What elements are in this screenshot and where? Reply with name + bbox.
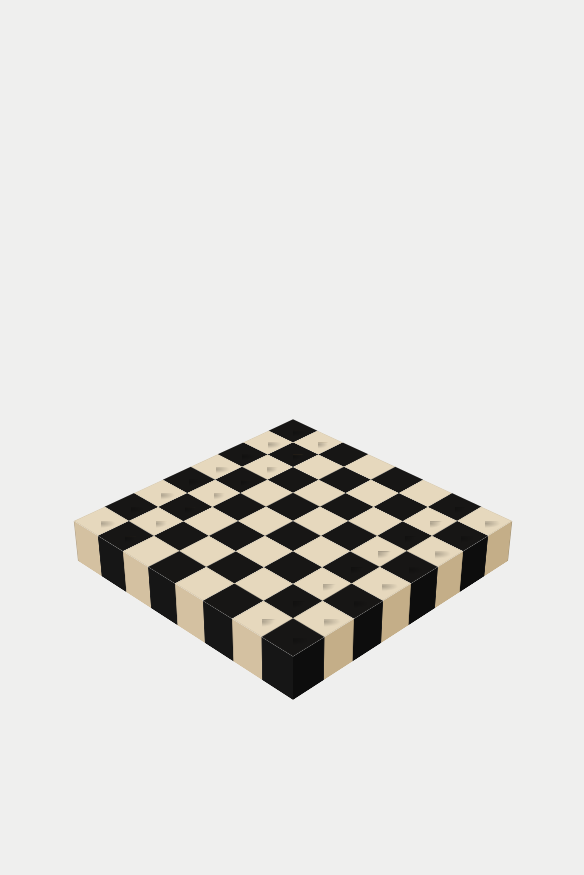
white-pawn-icon: ♟ — [252, 438, 282, 472]
white-pawn-icon: ♟ — [169, 476, 201, 511]
chessboard: ♜♟♟♜♞♟♟♞♝♟♟♝♛♟♟♛♚♟♟♚♝♟♟♝♞♟♟♞♜♟♟♜ — [74, 419, 512, 656]
white-pawn-icon: ♟ — [198, 463, 229, 498]
product-photo-background: ♜♟♟♜♞♟♟♞♝♟♟♝♛♟♟♛♚♟♟♚♝♟♟♝♞♟♟♞♜♟♟♜ — [0, 0, 584, 875]
white-pawn-icon: ♟ — [140, 490, 172, 526]
white-pawn-icon: ♟ — [226, 450, 257, 484]
black-rook-icon: ♜ — [269, 590, 316, 643]
white-pawn-icon: ♟ — [278, 426, 308, 459]
white-pawn-icon: ♟ — [109, 504, 142, 541]
